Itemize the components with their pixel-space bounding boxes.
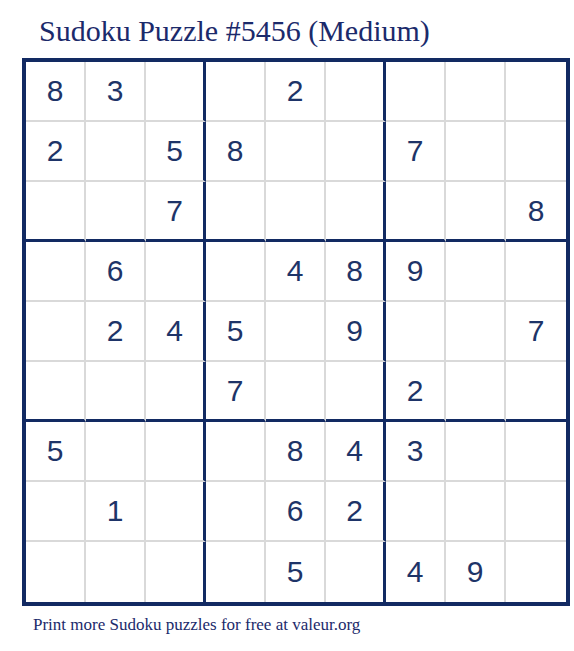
- cell-r3c4: [206, 182, 266, 242]
- given-digit-r8c2: 1: [86, 482, 146, 542]
- cell-r5c5: [266, 302, 326, 362]
- cell-r3c7: [386, 182, 446, 242]
- cell-r1c9: [506, 62, 566, 122]
- sudoku-grid: 832258778648924597725843162549: [22, 58, 570, 606]
- cell-r1c6: [326, 62, 386, 122]
- cell-r9c1: [26, 542, 86, 602]
- cell-r1c3: [146, 62, 206, 122]
- cell-r9c6: [326, 542, 386, 602]
- given-digit-r3c3: 7: [146, 182, 206, 242]
- given-digit-r6c7: 2: [386, 362, 446, 422]
- page: Sudoku Puzzle #5456 (Medium) 83225877864…: [0, 0, 574, 651]
- cell-r3c8: [446, 182, 506, 242]
- cell-r1c7: [386, 62, 446, 122]
- given-digit-r5c3: 4: [146, 302, 206, 362]
- given-digit-r7c1: 5: [26, 422, 86, 482]
- cell-r3c2: [86, 182, 146, 242]
- given-digit-r2c7: 7: [386, 122, 446, 182]
- cell-r3c1: [26, 182, 86, 242]
- cell-r7c9: [506, 422, 566, 482]
- cell-r8c3: [146, 482, 206, 542]
- given-digit-r4c7: 9: [386, 242, 446, 302]
- cell-r9c4: [206, 542, 266, 602]
- given-digit-r9c8: 9: [446, 542, 506, 602]
- cell-r4c1: [26, 242, 86, 302]
- given-digit-r1c2: 3: [86, 62, 146, 122]
- given-digit-r8c6: 2: [326, 482, 386, 542]
- cell-r8c9: [506, 482, 566, 542]
- given-digit-r8c5: 6: [266, 482, 326, 542]
- cell-r7c3: [146, 422, 206, 482]
- cell-r6c5: [266, 362, 326, 422]
- cell-r5c8: [446, 302, 506, 362]
- given-digit-r9c7: 4: [386, 542, 446, 602]
- given-digit-r2c3: 5: [146, 122, 206, 182]
- cell-r3c5: [266, 182, 326, 242]
- given-digit-r2c1: 2: [26, 122, 86, 182]
- cell-r8c8: [446, 482, 506, 542]
- cell-r8c4: [206, 482, 266, 542]
- puzzle-title: Sudoku Puzzle #5456 (Medium): [39, 14, 430, 48]
- cell-r7c4: [206, 422, 266, 482]
- cell-r2c8: [446, 122, 506, 182]
- cell-r6c8: [446, 362, 506, 422]
- given-digit-r5c9: 7: [506, 302, 566, 362]
- cell-r1c4: [206, 62, 266, 122]
- cell-r6c3: [146, 362, 206, 422]
- cell-r6c1: [26, 362, 86, 422]
- given-digit-r3c9: 8: [506, 182, 566, 242]
- cell-r7c2: [86, 422, 146, 482]
- given-digit-r7c6: 4: [326, 422, 386, 482]
- cell-r5c7: [386, 302, 446, 362]
- cell-r4c8: [446, 242, 506, 302]
- cell-r2c5: [266, 122, 326, 182]
- given-digit-r1c5: 2: [266, 62, 326, 122]
- cell-r6c6: [326, 362, 386, 422]
- given-digit-r7c5: 8: [266, 422, 326, 482]
- cell-r5c1: [26, 302, 86, 362]
- footer-text: Print more Sudoku puzzles for free at va…: [33, 615, 360, 635]
- given-digit-r5c6: 9: [326, 302, 386, 362]
- cell-r1c8: [446, 62, 506, 122]
- cell-r6c9: [506, 362, 566, 422]
- cell-r4c9: [506, 242, 566, 302]
- cell-r9c2: [86, 542, 146, 602]
- cell-r2c9: [506, 122, 566, 182]
- cell-r3c6: [326, 182, 386, 242]
- cell-r7c8: [446, 422, 506, 482]
- given-digit-r2c4: 8: [206, 122, 266, 182]
- cell-r6c2: [86, 362, 146, 422]
- cell-r2c6: [326, 122, 386, 182]
- cell-r8c7: [386, 482, 446, 542]
- given-digit-r7c7: 3: [386, 422, 446, 482]
- cell-r9c3: [146, 542, 206, 602]
- cell-r4c4: [206, 242, 266, 302]
- given-digit-r6c4: 7: [206, 362, 266, 422]
- given-digit-r4c5: 4: [266, 242, 326, 302]
- given-digit-r1c1: 8: [26, 62, 86, 122]
- given-digit-r9c5: 5: [266, 542, 326, 602]
- given-digit-r5c2: 2: [86, 302, 146, 362]
- given-digit-r5c4: 5: [206, 302, 266, 362]
- cell-r4c3: [146, 242, 206, 302]
- given-digit-r4c2: 6: [86, 242, 146, 302]
- given-digit-r4c6: 8: [326, 242, 386, 302]
- cell-r2c2: [86, 122, 146, 182]
- cell-r8c1: [26, 482, 86, 542]
- given-digit-r9c9: [506, 542, 566, 602]
